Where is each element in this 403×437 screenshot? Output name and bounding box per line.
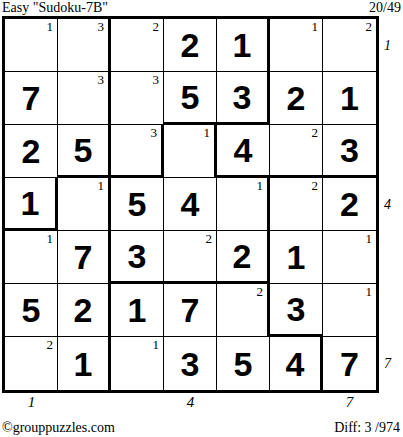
pencil-mark: 1: [257, 178, 264, 193]
cell-r4c5[interactable]: 1: [217, 178, 270, 231]
cell-value: 3: [340, 133, 359, 167]
cell-value: 1: [287, 240, 306, 274]
pencil-mark: 1: [366, 231, 373, 246]
cell-r2c7[interactable]: 1: [323, 72, 376, 125]
cell-r6c7[interactable]: 1: [323, 284, 376, 337]
cell-r1c4[interactable]: 2: [164, 19, 217, 72]
cell-value: 5: [128, 187, 147, 221]
col-label-7: 7: [323, 394, 376, 411]
cell-value: 7: [340, 347, 359, 381]
pencil-mark: 1: [153, 337, 160, 352]
cell-r7c3[interactable]: 1: [111, 337, 164, 390]
cell-r2c3[interactable]: 3: [111, 72, 164, 125]
col-label-4: 4: [164, 394, 217, 411]
cell-value: 3: [181, 347, 200, 381]
cell-r3c4[interactable]: 1: [164, 125, 217, 178]
pencil-mark: 1: [366, 284, 373, 299]
cell-r5c3[interactable]: 3: [111, 231, 164, 284]
pencil-mark: 2: [206, 231, 213, 246]
puzzle-page: Easy "Sudoku-7B" 20/49 13221127335321253…: [0, 0, 403, 437]
pencil-mark: 3: [98, 19, 105, 34]
cell-r3c5[interactable]: 4: [217, 125, 270, 178]
cell-r6c6[interactable]: 3: [270, 284, 323, 337]
pencil-mark: 1: [204, 125, 211, 140]
cell-value: 1: [21, 186, 40, 220]
cell-r7c1[interactable]: 2: [5, 337, 58, 390]
cell-value: 3: [233, 80, 252, 114]
cell-r1c1[interactable]: 1: [5, 19, 58, 72]
cell-r6c1[interactable]: 5: [5, 284, 58, 337]
pencil-mark: 3: [153, 72, 160, 87]
cell-r6c5[interactable]: 2: [217, 284, 270, 337]
cell-r1c5[interactable]: 1: [217, 19, 270, 72]
cell-r7c7[interactable]: 7: [323, 337, 376, 390]
cell-r3c3[interactable]: 3: [111, 125, 164, 178]
pencil-mark: 2: [366, 19, 373, 34]
cell-r6c2[interactable]: 2: [58, 284, 111, 337]
cell-r5c5[interactable]: 2: [217, 231, 270, 284]
cell-r7c5[interactable]: 5: [217, 337, 270, 390]
cell-r7c4[interactable]: 3: [164, 337, 217, 390]
sudoku-board: 1322112733532125314231154122173221152172…: [2, 16, 379, 393]
copyright-text: ©grouppuzzles.com: [2, 420, 115, 436]
difficulty-text: Diff: 3 /974: [334, 420, 400, 436]
pencil-mark: 2: [47, 337, 54, 352]
cell-r5c1[interactable]: 1: [5, 231, 58, 284]
cell-value: 7: [181, 293, 200, 327]
cell-value: 4: [234, 133, 253, 167]
pencil-mark: 1: [312, 19, 319, 34]
cell-value: 7: [22, 81, 41, 115]
pencil-mark: 3: [98, 72, 105, 87]
cell-r6c4[interactable]: 7: [164, 284, 217, 337]
page-title: Easy "Sudoku-7B": [2, 0, 108, 16]
cell-value: 3: [128, 239, 147, 273]
cell-value: 1: [340, 81, 359, 115]
cell-r3c2[interactable]: 5: [58, 125, 111, 178]
row-label-4: 4: [384, 197, 402, 213]
cell-r2c6[interactable]: 2: [270, 72, 323, 125]
cell-r5c7[interactable]: 1: [323, 231, 376, 284]
cell-r5c4[interactable]: 2: [164, 231, 217, 284]
row-label-7: 7: [384, 356, 402, 372]
pencil-mark: 1: [47, 19, 54, 34]
cell-value: 2: [287, 81, 306, 115]
pencil-mark: 1: [98, 178, 105, 193]
cell-r1c7[interactable]: 2: [323, 19, 376, 72]
cell-value: 4: [181, 187, 200, 221]
cell-r1c2[interactable]: 3: [58, 19, 111, 72]
cell-r4c6[interactable]: 2: [270, 178, 323, 231]
cell-value: 5: [234, 347, 253, 381]
cell-r4c1[interactable]: 1: [5, 178, 58, 231]
cell-r2c5[interactable]: 3: [217, 72, 270, 125]
cell-r7c2[interactable]: 1: [58, 337, 111, 390]
cell-value: 2: [74, 293, 93, 327]
cell-value: 2: [22, 134, 41, 168]
pencil-mark: 3: [151, 125, 158, 140]
cell-r5c6[interactable]: 1: [270, 231, 323, 284]
pencil-mark: 1: [47, 231, 54, 246]
cell-r4c7[interactable]: 2: [323, 178, 376, 231]
cell-value: 7: [74, 240, 93, 274]
cell-r3c6[interactable]: 2: [270, 125, 323, 178]
cell-value: 2: [181, 28, 200, 62]
cell-r3c7[interactable]: 3: [323, 125, 376, 178]
cell-value: 2: [233, 239, 252, 273]
pencil-mark: 2: [257, 284, 264, 299]
cell-r2c2[interactable]: 3: [58, 72, 111, 125]
cell-value: 5: [74, 133, 93, 167]
cell-r3c1[interactable]: 2: [5, 125, 58, 178]
cell-r7c6[interactable]: 4: [270, 337, 323, 390]
pencil-mark: 2: [312, 178, 319, 193]
solved-counter: 20/49: [369, 0, 401, 16]
col-label-1: 1: [5, 394, 58, 411]
pencil-mark: 2: [153, 19, 160, 34]
cell-r1c3[interactable]: 2: [111, 19, 164, 72]
cell-r2c1[interactable]: 7: [5, 72, 58, 125]
cell-r5c2[interactable]: 7: [58, 231, 111, 284]
cell-value: 1: [233, 28, 252, 62]
pencil-mark: 2: [312, 125, 319, 140]
cell-r2c4[interactable]: 5: [164, 72, 217, 125]
cell-value: 4: [286, 347, 305, 381]
cell-value: 5: [181, 80, 200, 114]
cell-value: 5: [22, 293, 41, 327]
row-label-1: 1: [384, 38, 402, 54]
cell-value: 3: [287, 292, 306, 326]
cell-r4c2[interactable]: 1: [58, 178, 111, 231]
cell-value: 1: [128, 293, 147, 327]
cell-value: 1: [74, 347, 93, 381]
cell-r4c4[interactable]: 4: [164, 178, 217, 231]
cell-r6c3[interactable]: 1: [111, 284, 164, 337]
cell-r4c3[interactable]: 5: [111, 178, 164, 231]
cell-r1c6[interactable]: 1: [270, 19, 323, 72]
cell-value: 2: [340, 187, 359, 221]
